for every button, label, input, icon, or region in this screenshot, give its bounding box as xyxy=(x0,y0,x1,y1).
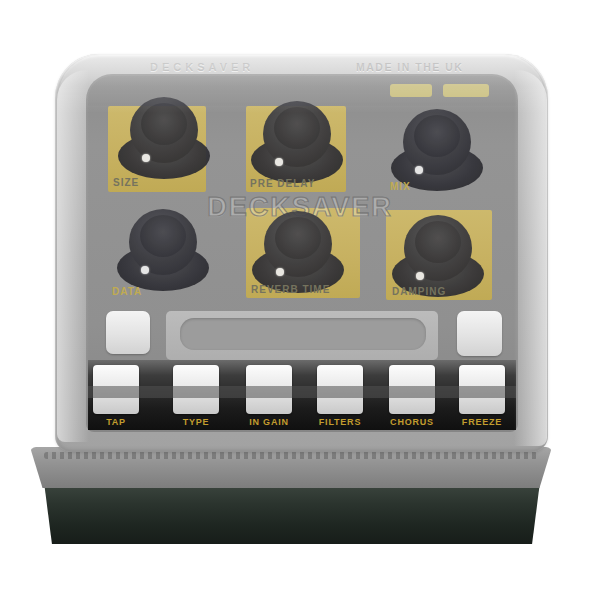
reverb-time-knob[interactable] xyxy=(252,209,344,293)
knob-cap xyxy=(141,103,187,145)
reverb-time-label: REVERB TIME xyxy=(251,284,330,295)
made-in-uk-text: MADE IN THE UK xyxy=(356,61,466,73)
knob-indicator-dot xyxy=(416,272,424,280)
pre-delay-label: PRE DELAY xyxy=(250,178,315,189)
knob-indicator-dot xyxy=(142,154,150,162)
cover-ridge-shadow xyxy=(88,386,516,398)
size-knob[interactable] xyxy=(118,95,210,179)
freeze-button-label: FREEZE xyxy=(447,417,517,427)
white-pad-right[interactable] xyxy=(457,311,502,356)
knob-indicator-dot xyxy=(275,158,283,166)
knob-indicator-dot xyxy=(276,268,284,276)
knob-indicator-dot xyxy=(415,166,423,174)
chorus-button-label: CHORUS xyxy=(377,417,447,427)
cover-brand-embossed-text: DECKSAVER xyxy=(150,61,280,73)
pre-delay-knob[interactable] xyxy=(251,99,343,183)
gold-sticker-badge xyxy=(443,84,489,97)
filters-button-label: FILTERS xyxy=(305,417,375,427)
damping-knob[interactable] xyxy=(392,213,484,297)
knob-cap xyxy=(274,107,320,149)
cover-flange-ridge xyxy=(44,452,538,459)
mix-knob[interactable] xyxy=(391,107,483,191)
device-base xyxy=(44,482,540,544)
gold-sticker-badge xyxy=(390,84,432,97)
type-button-label: TYPE xyxy=(161,417,231,427)
knob-indicator-dot xyxy=(141,266,149,274)
knob-cap xyxy=(275,217,321,259)
damping-label: DAMPING xyxy=(392,286,446,297)
white-pad-left[interactable] xyxy=(106,311,150,354)
data-label: DATA xyxy=(112,286,142,297)
knob-cap xyxy=(140,215,186,257)
knob-cap xyxy=(415,221,461,263)
product-photo: DECKSAVER MADE IN THE UK DECKSAVER xyxy=(0,0,600,600)
in-gain-button-label: IN GAIN xyxy=(234,417,304,427)
tap-button-label: TAP xyxy=(81,417,151,427)
size-label: SIZE xyxy=(113,177,139,188)
display-window xyxy=(180,318,426,350)
mix-label: MIX xyxy=(390,181,411,192)
knob-cap xyxy=(414,115,460,157)
data-knob[interactable] xyxy=(117,207,209,291)
